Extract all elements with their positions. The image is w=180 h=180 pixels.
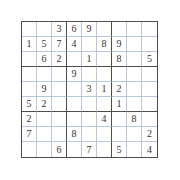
cell-r3c8[interactable] xyxy=(127,52,142,67)
cell-r2c6[interactable]: 8 xyxy=(97,37,112,52)
cell-r2c2[interactable]: 5 xyxy=(37,37,52,52)
cell-r4c9[interactable] xyxy=(142,67,157,82)
cell-r5c6[interactable]: 1 xyxy=(97,82,112,97)
cell-r1c4[interactable]: 6 xyxy=(67,22,82,37)
cell-r9c1[interactable] xyxy=(22,142,37,157)
cell-r1c7[interactable] xyxy=(112,22,127,37)
cell-r1c1[interactable] xyxy=(22,22,37,37)
cell-r6c3[interactable] xyxy=(52,97,67,112)
cell-r9c5[interactable]: 7 xyxy=(82,142,97,157)
cell-r9c4[interactable] xyxy=(67,142,82,157)
cell-r8c3[interactable] xyxy=(52,127,67,142)
cell-r4c7[interactable] xyxy=(112,67,127,82)
cell-r3c9[interactable]: 5 xyxy=(142,52,157,67)
cell-r6c7[interactable]: 1 xyxy=(112,97,127,112)
cell-r4c1[interactable] xyxy=(22,67,37,82)
cell-r3c4[interactable] xyxy=(67,52,82,67)
cell-r3c7[interactable]: 8 xyxy=(112,52,127,67)
cell-r5c2[interactable]: 9 xyxy=(37,82,52,97)
cell-r4c5[interactable] xyxy=(82,67,97,82)
cell-r9c3[interactable]: 6 xyxy=(52,142,67,157)
sudoku-board: 36915748962185993125212487826754 xyxy=(21,21,158,158)
cell-r2c8[interactable] xyxy=(127,37,142,52)
cell-r8c4[interactable]: 8 xyxy=(67,127,82,142)
cell-r8c1[interactable]: 7 xyxy=(22,127,37,142)
cell-r7c4[interactable] xyxy=(67,112,82,127)
cell-r5c3[interactable] xyxy=(52,82,67,97)
cell-r8c8[interactable] xyxy=(127,127,142,142)
cell-r4c3[interactable] xyxy=(52,67,67,82)
cell-r9c7[interactable]: 5 xyxy=(112,142,127,157)
cell-r5c7[interactable]: 2 xyxy=(112,82,127,97)
cell-r8c6[interactable] xyxy=(97,127,112,142)
cell-r6c6[interactable] xyxy=(97,97,112,112)
cell-r3c6[interactable] xyxy=(97,52,112,67)
cell-r3c5[interactable]: 1 xyxy=(82,52,97,67)
cell-r5c8[interactable] xyxy=(127,82,142,97)
cell-r8c2[interactable] xyxy=(37,127,52,142)
cell-r1c6[interactable] xyxy=(97,22,112,37)
cell-r2c7[interactable]: 9 xyxy=(112,37,127,52)
cell-r7c6[interactable]: 4 xyxy=(97,112,112,127)
cell-r3c1[interactable] xyxy=(22,52,37,67)
cell-r7c5[interactable] xyxy=(82,112,97,127)
cell-r2c9[interactable] xyxy=(142,37,157,52)
sudoku-page: 36915748962185993125212487826754 xyxy=(0,0,180,180)
cell-r7c7[interactable] xyxy=(112,112,127,127)
cell-r4c6[interactable] xyxy=(97,67,112,82)
cell-r2c1[interactable]: 1 xyxy=(22,37,37,52)
cell-r8c5[interactable] xyxy=(82,127,97,142)
cell-r7c8[interactable]: 8 xyxy=(127,112,142,127)
cell-r6c1[interactable]: 5 xyxy=(22,97,37,112)
cell-r9c8[interactable] xyxy=(127,142,142,157)
cell-r7c2[interactable] xyxy=(37,112,52,127)
cell-r5c9[interactable] xyxy=(142,82,157,97)
cell-r1c5[interactable]: 9 xyxy=(82,22,97,37)
cell-r4c8[interactable] xyxy=(127,67,142,82)
cell-r1c3[interactable]: 3 xyxy=(52,22,67,37)
cell-r2c4[interactable]: 4 xyxy=(67,37,82,52)
cell-r9c2[interactable] xyxy=(37,142,52,157)
cell-r5c4[interactable] xyxy=(67,82,82,97)
cell-r5c5[interactable]: 3 xyxy=(82,82,97,97)
cell-r6c8[interactable] xyxy=(127,97,142,112)
cell-r9c6[interactable] xyxy=(97,142,112,157)
cell-r7c9[interactable] xyxy=(142,112,157,127)
cell-r3c3[interactable]: 2 xyxy=(52,52,67,67)
cell-r4c2[interactable] xyxy=(37,67,52,82)
cell-r6c2[interactable]: 2 xyxy=(37,97,52,112)
cell-r2c3[interactable]: 7 xyxy=(52,37,67,52)
cell-r9c9[interactable]: 4 xyxy=(142,142,157,157)
cell-r1c9[interactable] xyxy=(142,22,157,37)
cell-r8c9[interactable]: 2 xyxy=(142,127,157,142)
cell-r6c9[interactable] xyxy=(142,97,157,112)
cell-r2c5[interactable] xyxy=(82,37,97,52)
cell-r3c2[interactable]: 6 xyxy=(37,52,52,67)
cell-r6c4[interactable] xyxy=(67,97,82,112)
cell-r8c7[interactable] xyxy=(112,127,127,142)
cell-r7c3[interactable] xyxy=(52,112,67,127)
cell-r6c5[interactable] xyxy=(82,97,97,112)
cell-r4c4[interactable]: 9 xyxy=(67,67,82,82)
cell-r5c1[interactable] xyxy=(22,82,37,97)
cell-r7c1[interactable]: 2 xyxy=(22,112,37,127)
cell-r1c8[interactable] xyxy=(127,22,142,37)
cell-r1c2[interactable] xyxy=(37,22,52,37)
